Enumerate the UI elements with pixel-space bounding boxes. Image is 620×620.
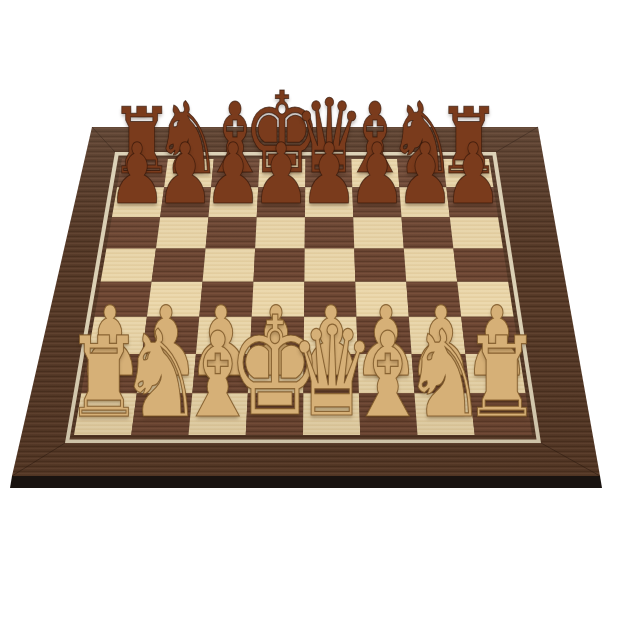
piece-black-pawn-h7[interactable]: ♟: [444, 132, 503, 216]
square-e5[interactable]: [304, 249, 355, 282]
square-b5[interactable]: [152, 249, 206, 282]
square-g5[interactable]: [404, 249, 457, 282]
square-d5[interactable]: [253, 249, 304, 282]
square-a5[interactable]: [101, 249, 156, 282]
square-c5[interactable]: [203, 249, 256, 282]
piece-white-rook-h1[interactable]: ♜: [463, 322, 541, 433]
square-h5[interactable]: [453, 249, 508, 282]
square-f5[interactable]: [354, 249, 406, 282]
board-side-edge: [10, 476, 602, 488]
chessboard-photo: ♜♞♝♚♛♝♞♜♟♟♟♟♟♟♟♟♟♟♟♟♟♟♟♟♜♞♝♚♛♝♞♜: [0, 0, 620, 620]
